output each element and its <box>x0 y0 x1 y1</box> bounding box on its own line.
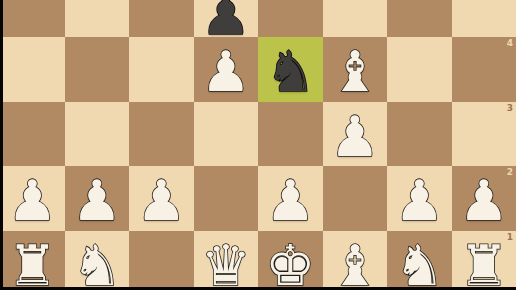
square-h5[interactable] <box>452 0 516 37</box>
square-g3[interactable] <box>387 102 452 167</box>
square-b4[interactable] <box>65 37 130 102</box>
white-pawn[interactable]: ♟ <box>7 173 57 229</box>
square-f3[interactable]: ♟ <box>323 102 388 167</box>
square-b2[interactable]: ♟ <box>65 166 130 231</box>
white-bishop[interactable]: ♝ <box>330 44 380 100</box>
white-pawn[interactable]: ♟ <box>459 173 509 229</box>
white-pawn[interactable]: ♟ <box>136 173 186 229</box>
square-f5[interactable] <box>323 0 388 37</box>
square-e5[interactable] <box>258 0 323 37</box>
black-knight[interactable]: ♞ <box>265 44 315 100</box>
square-g5[interactable] <box>387 0 452 37</box>
square-f4[interactable]: ♝ <box>323 37 388 102</box>
square-h3[interactable]: 3 <box>452 102 516 167</box>
square-c2[interactable]: ♟ <box>129 166 194 231</box>
white-pawn[interactable]: ♟ <box>72 173 122 229</box>
white-pawn[interactable]: ♟ <box>201 44 251 100</box>
square-a4[interactable] <box>0 37 65 102</box>
letterbox-bar-left <box>0 0 3 290</box>
square-f2[interactable] <box>323 166 388 231</box>
white-pawn[interactable]: ♟ <box>330 109 380 165</box>
square-a3[interactable] <box>0 102 65 167</box>
square-d3[interactable] <box>194 102 259 167</box>
square-c1[interactable] <box>129 231 194 290</box>
square-h4[interactable]: 4 <box>452 37 516 102</box>
chess-board: ♟♟♞♝4♟3♟♟♟♟♟2♟♜♞♛♚♝♞1♜ <box>0 0 516 290</box>
square-c4[interactable] <box>129 37 194 102</box>
square-b5[interactable] <box>65 0 130 37</box>
square-c5[interactable] <box>129 0 194 37</box>
square-g1[interactable]: ♞ <box>387 231 452 290</box>
square-c3[interactable] <box>129 102 194 167</box>
white-rook[interactable]: ♜ <box>7 238 57 290</box>
rank-label-4: 4 <box>507 39 513 48</box>
square-h1[interactable]: 1♜ <box>452 231 516 290</box>
white-knight[interactable]: ♞ <box>72 238 122 290</box>
square-d1[interactable]: ♛ <box>194 231 259 290</box>
square-d5[interactable]: ♟ <box>194 0 259 37</box>
square-a5[interactable] <box>0 0 65 37</box>
square-h2[interactable]: 2♟ <box>452 166 516 231</box>
square-d2[interactable] <box>194 166 259 231</box>
white-king[interactable]: ♚ <box>265 238 315 290</box>
white-pawn[interactable]: ♟ <box>394 173 444 229</box>
square-a1[interactable]: ♜ <box>0 231 65 290</box>
square-b1[interactable]: ♞ <box>65 231 130 290</box>
square-g2[interactable]: ♟ <box>387 166 452 231</box>
square-d4[interactable]: ♟ <box>194 37 259 102</box>
white-rook[interactable]: ♜ <box>459 238 509 290</box>
square-e3[interactable] <box>258 102 323 167</box>
white-pawn[interactable]: ♟ <box>265 173 315 229</box>
square-e2[interactable]: ♟ <box>258 166 323 231</box>
white-bishop[interactable]: ♝ <box>330 238 380 290</box>
white-queen[interactable]: ♛ <box>201 238 251 290</box>
square-f1[interactable]: ♝ <box>323 231 388 290</box>
square-a2[interactable]: ♟ <box>0 166 65 231</box>
square-e1[interactable]: ♚ <box>258 231 323 290</box>
square-e4[interactable]: ♞ <box>258 37 323 102</box>
square-b3[interactable] <box>65 102 130 167</box>
square-g4[interactable] <box>387 37 452 102</box>
white-knight[interactable]: ♞ <box>394 238 444 290</box>
chess-board-viewport: ♟♟♞♝4♟3♟♟♟♟♟2♟♜♞♛♚♝♞1♜ <box>0 0 516 290</box>
rank-label-3: 3 <box>507 104 513 113</box>
